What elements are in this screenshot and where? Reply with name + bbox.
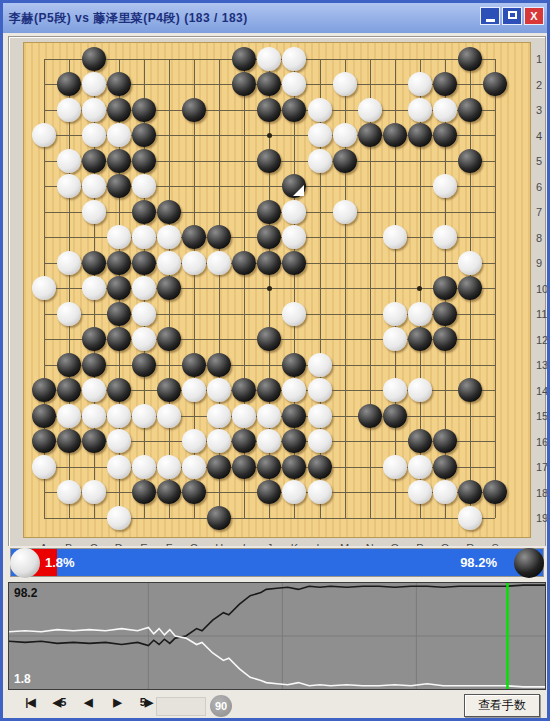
board-cell-F11[interactable] (156, 301, 181, 327)
board-cell-K14[interactable] (282, 378, 307, 404)
board-cell-M14[interactable] (332, 378, 357, 404)
board-cell-I5[interactable] (232, 148, 257, 174)
board-cell-F17[interactable] (156, 454, 181, 480)
board-cell-N16[interactable] (357, 429, 382, 455)
board-cell-A7[interactable] (31, 199, 56, 225)
board-cell-O5[interactable] (382, 148, 407, 174)
board-cell-N7[interactable] (357, 199, 382, 225)
board-cell-G7[interactable] (182, 199, 207, 225)
board-cell-H11[interactable] (207, 301, 232, 327)
board-cell-A19[interactable] (31, 505, 56, 531)
board-cell-G3[interactable] (182, 97, 207, 123)
board-cell-B8[interactable] (56, 225, 81, 251)
board-cell-E4[interactable] (131, 123, 156, 149)
board-cell-R8[interactable] (458, 225, 483, 251)
board-cell-G16[interactable] (182, 429, 207, 455)
board-cell-O17[interactable] (382, 454, 407, 480)
board-cell-D8[interactable] (106, 225, 131, 251)
board-cell-N15[interactable] (357, 403, 382, 429)
board-cell-I18[interactable] (232, 480, 257, 506)
board-cell-O4[interactable] (382, 123, 407, 149)
board-cell-K2[interactable] (282, 72, 307, 98)
board-cell-R7[interactable] (458, 199, 483, 225)
board-cell-A5[interactable] (31, 148, 56, 174)
winrate-graph-canvas[interactable] (9, 583, 545, 689)
board-cell-J3[interactable] (257, 97, 282, 123)
board-cell-N6[interactable] (357, 174, 382, 200)
board-cell-M10[interactable] (332, 276, 357, 302)
board-cell-N12[interactable] (357, 327, 382, 353)
board-cell-L12[interactable] (307, 327, 332, 353)
board-cell-M12[interactable] (332, 327, 357, 353)
board-cell-N8[interactable] (357, 225, 382, 251)
board-cell-E2[interactable] (131, 72, 156, 98)
board-cell-H2[interactable] (207, 72, 232, 98)
board-cell-S12[interactable] (483, 327, 508, 353)
board-cell-Q5[interactable] (433, 148, 458, 174)
board-cell-D2[interactable] (106, 72, 131, 98)
board-cell-G6[interactable] (182, 174, 207, 200)
board-cell-I14[interactable] (232, 378, 257, 404)
board-cell-L17[interactable] (307, 454, 332, 480)
board-cell-D19[interactable] (106, 505, 131, 531)
board-cell-F10[interactable] (156, 276, 181, 302)
board-cell-G14[interactable] (182, 378, 207, 404)
board-cell-Q14[interactable] (433, 378, 458, 404)
board-cell-F12[interactable] (156, 327, 181, 353)
board-cell-D3[interactable] (106, 97, 131, 123)
board-cell-J13[interactable] (257, 352, 282, 378)
board-cell-D17[interactable] (106, 454, 131, 480)
board-cell-F6[interactable] (156, 174, 181, 200)
board-cell-N11[interactable] (357, 301, 382, 327)
board-cell-D14[interactable] (106, 378, 131, 404)
board-cell-E19[interactable] (131, 505, 156, 531)
board-cell-Q19[interactable] (433, 505, 458, 531)
board-cell-R2[interactable] (458, 72, 483, 98)
board-cell-F4[interactable] (156, 123, 181, 149)
board-cell-P13[interactable] (407, 352, 432, 378)
board-cell-L11[interactable] (307, 301, 332, 327)
board-cell-H7[interactable] (207, 199, 232, 225)
board-cell-C10[interactable] (81, 276, 106, 302)
board-cell-I6[interactable] (232, 174, 257, 200)
board-cell-G19[interactable] (182, 505, 207, 531)
board-cell-O6[interactable] (382, 174, 407, 200)
board-cell-H16[interactable] (207, 429, 232, 455)
board-cell-S7[interactable] (483, 199, 508, 225)
board-cell-E10[interactable] (131, 276, 156, 302)
board-cell-R3[interactable] (458, 97, 483, 123)
board-cell-P17[interactable] (407, 454, 432, 480)
board-cell-C15[interactable] (81, 403, 106, 429)
board-cell-R15[interactable] (458, 403, 483, 429)
board-cell-A2[interactable] (31, 72, 56, 98)
board-cell-A10[interactable] (31, 276, 56, 302)
board-cell-M8[interactable] (332, 225, 357, 251)
board-cell-Q15[interactable] (433, 403, 458, 429)
board-cell-L6[interactable] (307, 174, 332, 200)
board-cell-F7[interactable] (156, 199, 181, 225)
first-move-button[interactable]: |◀ (20, 696, 40, 709)
board-cell-I7[interactable] (232, 199, 257, 225)
board-cell-J7[interactable] (257, 199, 282, 225)
board-cell-D6[interactable] (106, 174, 131, 200)
board-cell-L16[interactable] (307, 429, 332, 455)
board-cell-O19[interactable] (382, 505, 407, 531)
board-cell-S10[interactable] (483, 276, 508, 302)
close-button[interactable]: X (524, 7, 544, 25)
board-cell-Q6[interactable] (433, 174, 458, 200)
board-cell-C6[interactable] (81, 174, 106, 200)
board-cell-S15[interactable] (483, 403, 508, 429)
board-cell-C9[interactable] (81, 250, 106, 276)
board-cell-E9[interactable] (131, 250, 156, 276)
board-cell-G10[interactable] (182, 276, 207, 302)
board-cell-F5[interactable] (156, 148, 181, 174)
board-cell-D16[interactable] (106, 429, 131, 455)
minimize-button[interactable] (480, 7, 500, 25)
board-cell-B4[interactable] (56, 123, 81, 149)
board-cell-K4[interactable] (282, 123, 307, 149)
board-cell-E17[interactable] (131, 454, 156, 480)
board-cell-C5[interactable] (81, 148, 106, 174)
board-cell-J18[interactable] (257, 480, 282, 506)
board-cell-K6[interactable] (282, 174, 307, 200)
board-cell-P11[interactable] (407, 301, 432, 327)
board-cell-L13[interactable] (307, 352, 332, 378)
board-cell-G9[interactable] (182, 250, 207, 276)
board-cell-J8[interactable] (257, 225, 282, 251)
board-cell-K15[interactable] (282, 403, 307, 429)
board-cell-J2[interactable] (257, 72, 282, 98)
board-cell-G2[interactable] (182, 72, 207, 98)
board-cell-C11[interactable] (81, 301, 106, 327)
board-cell-K11[interactable] (282, 301, 307, 327)
board-cell-S6[interactable] (483, 174, 508, 200)
board-cell-B3[interactable] (56, 97, 81, 123)
board-cell-R10[interactable] (458, 276, 483, 302)
board-cell-S9[interactable] (483, 250, 508, 276)
board-cell-M17[interactable] (332, 454, 357, 480)
board-cell-D5[interactable] (106, 148, 131, 174)
board-cell-L3[interactable] (307, 97, 332, 123)
board-cell-S11[interactable] (483, 301, 508, 327)
board-cell-J19[interactable] (257, 505, 282, 531)
board-cell-E15[interactable] (131, 403, 156, 429)
board-cell-N19[interactable] (357, 505, 382, 531)
board-cell-P14[interactable] (407, 378, 432, 404)
board-cell-N14[interactable] (357, 378, 382, 404)
board-cell-Q7[interactable] (433, 199, 458, 225)
board-cell-K12[interactable] (282, 327, 307, 353)
board-cell-B19[interactable] (56, 505, 81, 531)
board-cell-J6[interactable] (257, 174, 282, 200)
board-cell-B14[interactable] (56, 378, 81, 404)
board-cell-M1[interactable] (332, 46, 357, 72)
board-cell-A6[interactable] (31, 174, 56, 200)
board-cell-P1[interactable] (407, 46, 432, 72)
board-cell-H14[interactable] (207, 378, 232, 404)
board-cell-H9[interactable] (207, 250, 232, 276)
board-cell-A9[interactable] (31, 250, 56, 276)
board-cell-P7[interactable] (407, 199, 432, 225)
board-cell-I2[interactable] (232, 72, 257, 98)
board-cell-H5[interactable] (207, 148, 232, 174)
board-cell-G17[interactable] (182, 454, 207, 480)
board-cell-A3[interactable] (31, 97, 56, 123)
board-cell-K19[interactable] (282, 505, 307, 531)
board-cell-C8[interactable] (81, 225, 106, 251)
board-cell-Q10[interactable] (433, 276, 458, 302)
board-cell-L1[interactable] (307, 46, 332, 72)
board-cell-P19[interactable] (407, 505, 432, 531)
board-cell-I15[interactable] (232, 403, 257, 429)
board-cell-I19[interactable] (232, 505, 257, 531)
board-cell-S3[interactable] (483, 97, 508, 123)
board-cell-Q3[interactable] (433, 97, 458, 123)
board-cell-P6[interactable] (407, 174, 432, 200)
board-cell-E7[interactable] (131, 199, 156, 225)
board-cell-O10[interactable] (382, 276, 407, 302)
board-cell-K5[interactable] (282, 148, 307, 174)
board-cell-E11[interactable] (131, 301, 156, 327)
board-cell-C14[interactable] (81, 378, 106, 404)
board-cell-R1[interactable] (458, 46, 483, 72)
board-cell-C1[interactable] (81, 46, 106, 72)
board-cell-B18[interactable] (56, 480, 81, 506)
board-cell-F8[interactable] (156, 225, 181, 251)
board-cell-P16[interactable] (407, 429, 432, 455)
board-cell-Q11[interactable] (433, 301, 458, 327)
board-cell-Q2[interactable] (433, 72, 458, 98)
board-cell-Q13[interactable] (433, 352, 458, 378)
board-cell-N13[interactable] (357, 352, 382, 378)
board-cell-A12[interactable] (31, 327, 56, 353)
move-slider-track[interactable] (156, 697, 206, 716)
board-cell-D1[interactable] (106, 46, 131, 72)
board-cell-F13[interactable] (156, 352, 181, 378)
board-cell-A13[interactable] (31, 352, 56, 378)
board-cell-R5[interactable] (458, 148, 483, 174)
board-cell-M2[interactable] (332, 72, 357, 98)
board-cell-S1[interactable] (483, 46, 508, 72)
board-cell-F3[interactable] (156, 97, 181, 123)
board-cell-P12[interactable] (407, 327, 432, 353)
board-cell-N3[interactable] (357, 97, 382, 123)
board-cell-O14[interactable] (382, 378, 407, 404)
board-cell-L14[interactable] (307, 378, 332, 404)
board-cell-I4[interactable] (232, 123, 257, 149)
board-cell-R18[interactable] (458, 480, 483, 506)
board-cell-A16[interactable] (31, 429, 56, 455)
board-cell-Q18[interactable] (433, 480, 458, 506)
board-cell-R12[interactable] (458, 327, 483, 353)
board-cell-G4[interactable] (182, 123, 207, 149)
board-cell-C3[interactable] (81, 97, 106, 123)
board-cell-P3[interactable] (407, 97, 432, 123)
board-cell-O13[interactable] (382, 352, 407, 378)
board-cell-M5[interactable] (332, 148, 357, 174)
board-cell-S8[interactable] (483, 225, 508, 251)
board-cell-H4[interactable] (207, 123, 232, 149)
board-cell-J16[interactable] (257, 429, 282, 455)
board-cell-B9[interactable] (56, 250, 81, 276)
board-cell-G15[interactable] (182, 403, 207, 429)
board-cell-I1[interactable] (232, 46, 257, 72)
board-cell-S17[interactable] (483, 454, 508, 480)
board-cell-D12[interactable] (106, 327, 131, 353)
board-cell-L18[interactable] (307, 480, 332, 506)
board-cell-B13[interactable] (56, 352, 81, 378)
board-cell-M16[interactable] (332, 429, 357, 455)
board-cell-F14[interactable] (156, 378, 181, 404)
board-cell-F15[interactable] (156, 403, 181, 429)
board-cell-O8[interactable] (382, 225, 407, 251)
board-cell-H15[interactable] (207, 403, 232, 429)
board-cell-C17[interactable] (81, 454, 106, 480)
board-cell-E1[interactable] (131, 46, 156, 72)
board-cell-K16[interactable] (282, 429, 307, 455)
board-cell-J4[interactable] (257, 123, 282, 149)
forward-button[interactable]: ▶ (107, 696, 127, 709)
board-cell-I12[interactable] (232, 327, 257, 353)
board-cell-O9[interactable] (382, 250, 407, 276)
board-cell-S2[interactable] (483, 72, 508, 98)
board-cell-A18[interactable] (31, 480, 56, 506)
board-cell-A14[interactable] (31, 378, 56, 404)
board-cell-C7[interactable] (81, 199, 106, 225)
winrate-graph[interactable]: 98.2 1.8 (8, 582, 546, 690)
board-cell-M7[interactable] (332, 199, 357, 225)
board-cell-P15[interactable] (407, 403, 432, 429)
board-cell-S16[interactable] (483, 429, 508, 455)
board-cell-N9[interactable] (357, 250, 382, 276)
board-cell-P18[interactable] (407, 480, 432, 506)
board-cell-I8[interactable] (232, 225, 257, 251)
board-cell-B7[interactable] (56, 199, 81, 225)
board-cell-I11[interactable] (232, 301, 257, 327)
board-cell-N4[interactable] (357, 123, 382, 149)
board-cell-P9[interactable] (407, 250, 432, 276)
board-cell-J1[interactable] (257, 46, 282, 72)
board-cell-H8[interactable] (207, 225, 232, 251)
board-cell-B1[interactable] (56, 46, 81, 72)
board-cell-E14[interactable] (131, 378, 156, 404)
board-cell-R17[interactable] (458, 454, 483, 480)
board-cell-M9[interactable] (332, 250, 357, 276)
board-cell-R11[interactable] (458, 301, 483, 327)
board-cell-J11[interactable] (257, 301, 282, 327)
board-cell-J14[interactable] (257, 378, 282, 404)
board-cell-G5[interactable] (182, 148, 207, 174)
back-button[interactable]: ◀ (78, 696, 98, 709)
board-cell-D18[interactable] (106, 480, 131, 506)
board-cell-A11[interactable] (31, 301, 56, 327)
board-cell-S13[interactable] (483, 352, 508, 378)
board-cell-B11[interactable] (56, 301, 81, 327)
board-cell-C13[interactable] (81, 352, 106, 378)
board-cell-P8[interactable] (407, 225, 432, 251)
board-cell-K9[interactable] (282, 250, 307, 276)
board-cell-O2[interactable] (382, 72, 407, 98)
board-cell-N1[interactable] (357, 46, 382, 72)
board-cell-D11[interactable] (106, 301, 131, 327)
board-cell-A15[interactable] (31, 403, 56, 429)
board-cell-J12[interactable] (257, 327, 282, 353)
board-cell-M6[interactable] (332, 174, 357, 200)
board-cell-B17[interactable] (56, 454, 81, 480)
board-cell-K13[interactable] (282, 352, 307, 378)
board-cell-A1[interactable] (31, 46, 56, 72)
board-cell-H3[interactable] (207, 97, 232, 123)
board-cell-H1[interactable] (207, 46, 232, 72)
board-cell-H12[interactable] (207, 327, 232, 353)
board-cell-S5[interactable] (483, 148, 508, 174)
board-cell-C2[interactable] (81, 72, 106, 98)
board-cell-O15[interactable] (382, 403, 407, 429)
board-cell-E16[interactable] (131, 429, 156, 455)
board-cell-B2[interactable] (56, 72, 81, 98)
board-cell-G11[interactable] (182, 301, 207, 327)
maximize-button[interactable] (502, 7, 522, 25)
board-cell-P4[interactable] (407, 123, 432, 149)
board-cell-I3[interactable] (232, 97, 257, 123)
board-cell-I13[interactable] (232, 352, 257, 378)
board-cell-E12[interactable] (131, 327, 156, 353)
board-cell-B6[interactable] (56, 174, 81, 200)
board-cell-L4[interactable] (307, 123, 332, 149)
board-cell-Q16[interactable] (433, 429, 458, 455)
board-cell-R14[interactable] (458, 378, 483, 404)
back-5-button[interactable]: ◀5 (49, 696, 69, 709)
board-cell-L19[interactable] (307, 505, 332, 531)
board-cell-Q9[interactable] (433, 250, 458, 276)
board-cell-D13[interactable] (106, 352, 131, 378)
board-cell-J9[interactable] (257, 250, 282, 276)
board-cell-A17[interactable] (31, 454, 56, 480)
board-cell-H17[interactable] (207, 454, 232, 480)
board-cell-Q17[interactable] (433, 454, 458, 480)
board-cell-O12[interactable] (382, 327, 407, 353)
board-cell-R16[interactable] (458, 429, 483, 455)
board-cell-J15[interactable] (257, 403, 282, 429)
board-cell-G13[interactable] (182, 352, 207, 378)
board-cell-J17[interactable] (257, 454, 282, 480)
board-cell-M4[interactable] (332, 123, 357, 149)
board-cell-F2[interactable] (156, 72, 181, 98)
board-cell-M15[interactable] (332, 403, 357, 429)
board-cell-Q1[interactable] (433, 46, 458, 72)
board-cell-M11[interactable] (332, 301, 357, 327)
board-cell-L2[interactable] (307, 72, 332, 98)
board-cell-S19[interactable] (483, 505, 508, 531)
view-moves-button[interactable]: 查看手数 (464, 694, 540, 717)
board-cell-Q4[interactable] (433, 123, 458, 149)
board-cell-E8[interactable] (131, 225, 156, 251)
board-cell-I9[interactable] (232, 250, 257, 276)
board-cell-G1[interactable] (182, 46, 207, 72)
board-cell-K8[interactable] (282, 225, 307, 251)
board-cell-R6[interactable] (458, 174, 483, 200)
board-cell-O3[interactable] (382, 97, 407, 123)
board-cell-R9[interactable] (458, 250, 483, 276)
board-cell-F1[interactable] (156, 46, 181, 72)
board-cell-M18[interactable] (332, 480, 357, 506)
board-cell-J5[interactable] (257, 148, 282, 174)
board-cell-L9[interactable] (307, 250, 332, 276)
board-cell-G8[interactable] (182, 225, 207, 251)
